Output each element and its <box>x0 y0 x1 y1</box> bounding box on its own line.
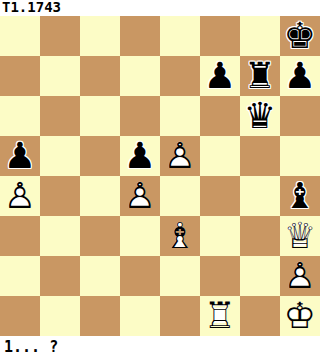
bishop-outline: ♗ <box>160 216 200 256</box>
puzzle-title: T1.1743 <box>0 0 320 16</box>
square-d2[interactable] <box>120 256 160 296</box>
white-queen[interactable]: ♛♕ <box>280 216 320 256</box>
square-a3[interactable] <box>0 216 40 256</box>
black-queen[interactable]: ♛ <box>240 96 280 136</box>
square-a7[interactable] <box>0 56 40 96</box>
square-a1[interactable] <box>0 296 40 336</box>
square-h3[interactable]: ♛♕ <box>280 216 320 256</box>
black-pawn[interactable]: ♟ <box>200 56 240 96</box>
square-g5[interactable] <box>240 136 280 176</box>
square-f7[interactable]: ♟ <box>200 56 240 96</box>
white-rook[interactable]: ♜♖ <box>200 296 240 336</box>
square-g4[interactable] <box>240 176 280 216</box>
square-e8[interactable] <box>160 16 200 56</box>
white-bishop[interactable]: ♝♗ <box>160 216 200 256</box>
square-h6[interactable] <box>280 96 320 136</box>
square-e6[interactable] <box>160 96 200 136</box>
queen-outline: ♕ <box>280 216 320 256</box>
square-c4[interactable] <box>80 176 120 216</box>
white-pawn[interactable]: ♟♙ <box>280 256 320 296</box>
pawn-outline: ♙ <box>160 136 200 176</box>
black-pawn[interactable]: ♟ <box>0 136 40 176</box>
square-h1[interactable]: ♚♔ <box>280 296 320 336</box>
square-c5[interactable] <box>80 136 120 176</box>
square-b3[interactable] <box>40 216 80 256</box>
square-f4[interactable] <box>200 176 240 216</box>
pawn-outline: ♙ <box>280 256 320 296</box>
square-b7[interactable] <box>40 56 80 96</box>
square-b5[interactable] <box>40 136 80 176</box>
black-bishop[interactable]: ♝ <box>280 176 320 216</box>
square-c7[interactable] <box>80 56 120 96</box>
square-e5[interactable]: ♟♙ <box>160 136 200 176</box>
square-d8[interactable] <box>120 16 160 56</box>
square-a8[interactable] <box>0 16 40 56</box>
white-pawn[interactable]: ♟♙ <box>0 176 40 216</box>
king-outline: ♔ <box>280 296 320 336</box>
pawn-outline: ♙ <box>120 176 160 216</box>
black-rook[interactable]: ♜ <box>240 56 280 96</box>
square-c1[interactable] <box>80 296 120 336</box>
square-g8[interactable] <box>240 16 280 56</box>
chess-board: ♚♟♜♟♛♟♟♟♙♟♙♟♙♝♝♗♛♕♟♙♜♖♚♔ <box>0 16 320 336</box>
white-king[interactable]: ♚♔ <box>280 296 320 336</box>
square-g7[interactable]: ♜ <box>240 56 280 96</box>
square-a6[interactable] <box>0 96 40 136</box>
square-d1[interactable] <box>120 296 160 336</box>
square-c8[interactable] <box>80 16 120 56</box>
square-f8[interactable] <box>200 16 240 56</box>
square-g3[interactable] <box>240 216 280 256</box>
square-h2[interactable]: ♟♙ <box>280 256 320 296</box>
square-d3[interactable] <box>120 216 160 256</box>
square-d4[interactable]: ♟♙ <box>120 176 160 216</box>
square-a2[interactable] <box>0 256 40 296</box>
white-pawn[interactable]: ♟♙ <box>160 136 200 176</box>
square-f6[interactable] <box>200 96 240 136</box>
square-d5[interactable]: ♟ <box>120 136 160 176</box>
square-a5[interactable]: ♟ <box>0 136 40 176</box>
square-d7[interactable] <box>120 56 160 96</box>
square-b8[interactable] <box>40 16 80 56</box>
black-pawn[interactable]: ♟ <box>280 56 320 96</box>
square-c6[interactable] <box>80 96 120 136</box>
square-c2[interactable] <box>80 256 120 296</box>
square-h5[interactable] <box>280 136 320 176</box>
square-f3[interactable] <box>200 216 240 256</box>
square-e3[interactable]: ♝♗ <box>160 216 200 256</box>
square-f2[interactable] <box>200 256 240 296</box>
square-e1[interactable] <box>160 296 200 336</box>
square-b1[interactable] <box>40 296 80 336</box>
square-b2[interactable] <box>40 256 80 296</box>
move-prompt: 1... ? <box>0 336 320 360</box>
black-king[interactable]: ♚ <box>280 16 320 56</box>
square-e2[interactable] <box>160 256 200 296</box>
square-g1[interactable] <box>240 296 280 336</box>
square-e7[interactable] <box>160 56 200 96</box>
square-a4[interactable]: ♟♙ <box>0 176 40 216</box>
white-pawn[interactable]: ♟♙ <box>120 176 160 216</box>
rook-outline: ♖ <box>200 296 240 336</box>
square-b4[interactable] <box>40 176 80 216</box>
square-h7[interactable]: ♟ <box>280 56 320 96</box>
square-e4[interactable] <box>160 176 200 216</box>
square-h4[interactable]: ♝ <box>280 176 320 216</box>
square-b6[interactable] <box>40 96 80 136</box>
black-pawn[interactable]: ♟ <box>120 136 160 176</box>
square-g2[interactable] <box>240 256 280 296</box>
square-f1[interactable]: ♜♖ <box>200 296 240 336</box>
pawn-outline: ♙ <box>0 176 40 216</box>
square-d6[interactable] <box>120 96 160 136</box>
square-h8[interactable]: ♚ <box>280 16 320 56</box>
square-g6[interactable]: ♛ <box>240 96 280 136</box>
square-c3[interactable] <box>80 216 120 256</box>
square-f5[interactable] <box>200 136 240 176</box>
